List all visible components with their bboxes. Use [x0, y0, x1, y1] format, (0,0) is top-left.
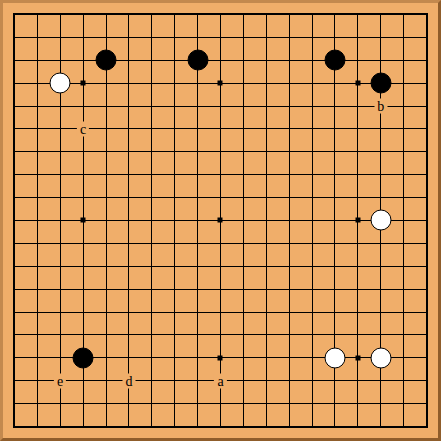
- intersection-r6[interactable]: [369, 301, 392, 324]
- intersection-k15[interactable]: [209, 95, 232, 118]
- intersection-g2[interactable]: [140, 392, 163, 415]
- intersection-n14[interactable]: [278, 117, 301, 140]
- intersection-c7[interactable]: [49, 278, 72, 301]
- intersection-g12[interactable]: [140, 163, 163, 186]
- intersection-r14[interactable]: [369, 117, 392, 140]
- intersection-e6[interactable]: [95, 301, 118, 324]
- intersection-h14[interactable]: [163, 117, 186, 140]
- intersection-m3[interactable]: [255, 369, 278, 392]
- intersection-m14[interactable]: [255, 117, 278, 140]
- intersection-e19[interactable]: [95, 3, 118, 26]
- intersection-j12[interactable]: [186, 163, 209, 186]
- intersection-p2[interactable]: [324, 392, 347, 415]
- intersection-j19[interactable]: [186, 3, 209, 26]
- intersection-d15[interactable]: [72, 95, 95, 118]
- intersection-j5[interactable]: [186, 324, 209, 347]
- intersection-a3[interactable]: [3, 369, 26, 392]
- intersection-c9[interactable]: [49, 232, 72, 255]
- intersection-q3[interactable]: [346, 369, 369, 392]
- intersection-t1[interactable]: [415, 415, 438, 438]
- intersection-p15[interactable]: [324, 95, 347, 118]
- intersection-d5[interactable]: [72, 324, 95, 347]
- intersection-o3[interactable]: [301, 369, 324, 392]
- intersection-t9[interactable]: [415, 232, 438, 255]
- intersection-o10[interactable]: [301, 209, 324, 232]
- intersection-q7[interactable]: [346, 278, 369, 301]
- intersection-f2[interactable]: [117, 392, 140, 415]
- intersection-e13[interactable]: [95, 140, 118, 163]
- intersection-a5[interactable]: [3, 324, 26, 347]
- intersection-k19[interactable]: [209, 3, 232, 26]
- intersection-p19[interactable]: [324, 3, 347, 26]
- intersection-p18[interactable]: [324, 26, 347, 49]
- intersection-p3[interactable]: [324, 369, 347, 392]
- intersection-t7[interactable]: [415, 278, 438, 301]
- intersection-b9[interactable]: [26, 232, 49, 255]
- intersection-g16[interactable]: [140, 72, 163, 95]
- intersection-d10[interactable]: [72, 209, 95, 232]
- intersection-d6[interactable]: [72, 301, 95, 324]
- intersection-k13[interactable]: [209, 140, 232, 163]
- intersection-b17[interactable]: [26, 49, 49, 72]
- intersection-b11[interactable]: [26, 186, 49, 209]
- intersection-f4[interactable]: [117, 346, 140, 369]
- intersection-j16[interactable]: [186, 72, 209, 95]
- intersection-m8[interactable]: [255, 255, 278, 278]
- intersection-k7[interactable]: [209, 278, 232, 301]
- intersection-d3[interactable]: [72, 369, 95, 392]
- intersection-q13[interactable]: [346, 140, 369, 163]
- intersection-a7[interactable]: [3, 278, 26, 301]
- intersection-q9[interactable]: [346, 232, 369, 255]
- intersection-j1[interactable]: [186, 415, 209, 438]
- intersection-c2[interactable]: [49, 392, 72, 415]
- intersection-j18[interactable]: [186, 26, 209, 49]
- intersection-d9[interactable]: [72, 232, 95, 255]
- intersection-l4[interactable]: [232, 346, 255, 369]
- intersection-l3[interactable]: [232, 369, 255, 392]
- intersection-p14[interactable]: [324, 117, 347, 140]
- intersection-t19[interactable]: [415, 3, 438, 26]
- intersection-a1[interactable]: [3, 415, 26, 438]
- intersection-q10[interactable]: [346, 209, 369, 232]
- intersection-c14[interactable]: [49, 117, 72, 140]
- intersection-t6[interactable]: [415, 301, 438, 324]
- intersection-q5[interactable]: [346, 324, 369, 347]
- intersection-j15[interactable]: [186, 95, 209, 118]
- intersection-j7[interactable]: [186, 278, 209, 301]
- intersection-a18[interactable]: [3, 26, 26, 49]
- intersection-a15[interactable]: [3, 95, 26, 118]
- intersection-e12[interactable]: [95, 163, 118, 186]
- intersection-o9[interactable]: [301, 232, 324, 255]
- intersection-g1[interactable]: [140, 415, 163, 438]
- intersection-m5[interactable]: [255, 324, 278, 347]
- intersection-b19[interactable]: [26, 3, 49, 26]
- intersection-q14[interactable]: [346, 117, 369, 140]
- intersection-g17[interactable]: [140, 49, 163, 72]
- intersection-h2[interactable]: [163, 392, 186, 415]
- intersection-j13[interactable]: [186, 140, 209, 163]
- intersection-f8[interactable]: [117, 255, 140, 278]
- intersection-h4[interactable]: [163, 346, 186, 369]
- intersection-l2[interactable]: [232, 392, 255, 415]
- intersection-s18[interactable]: [392, 26, 415, 49]
- intersection-p4[interactable]: [324, 346, 347, 369]
- intersection-t8[interactable]: [415, 255, 438, 278]
- intersection-b4[interactable]: [26, 346, 49, 369]
- intersection-r19[interactable]: [369, 3, 392, 26]
- intersection-o16[interactable]: [301, 72, 324, 95]
- intersection-q1[interactable]: [346, 415, 369, 438]
- intersection-j9[interactable]: [186, 232, 209, 255]
- intersection-a19[interactable]: [3, 3, 26, 26]
- intersection-c18[interactable]: [49, 26, 72, 49]
- intersection-e9[interactable]: [95, 232, 118, 255]
- intersection-e15[interactable]: [95, 95, 118, 118]
- intersection-c11[interactable]: [49, 186, 72, 209]
- intersection-a12[interactable]: [3, 163, 26, 186]
- intersection-t17[interactable]: [415, 49, 438, 72]
- intersection-b7[interactable]: [26, 278, 49, 301]
- intersection-n16[interactable]: [278, 72, 301, 95]
- intersection-c6[interactable]: [49, 301, 72, 324]
- intersection-s17[interactable]: [392, 49, 415, 72]
- intersection-p6[interactable]: [324, 301, 347, 324]
- intersection-d2[interactable]: [72, 392, 95, 415]
- intersection-n11[interactable]: [278, 186, 301, 209]
- intersection-n4[interactable]: [278, 346, 301, 369]
- intersection-g13[interactable]: [140, 140, 163, 163]
- intersection-p5[interactable]: [324, 324, 347, 347]
- intersection-q2[interactable]: [346, 392, 369, 415]
- intersection-d11[interactable]: [72, 186, 95, 209]
- intersection-s10[interactable]: [392, 209, 415, 232]
- intersection-r2[interactable]: [369, 392, 392, 415]
- intersection-b13[interactable]: [26, 140, 49, 163]
- intersection-d4[interactable]: [72, 346, 95, 369]
- intersection-r5[interactable]: [369, 324, 392, 347]
- intersection-k5[interactable]: [209, 324, 232, 347]
- intersection-p9[interactable]: [324, 232, 347, 255]
- intersection-k12[interactable]: [209, 163, 232, 186]
- intersection-j11[interactable]: [186, 186, 209, 209]
- intersection-q11[interactable]: [346, 186, 369, 209]
- intersection-t5[interactable]: [415, 324, 438, 347]
- intersection-n2[interactable]: [278, 392, 301, 415]
- intersection-m1[interactable]: [255, 415, 278, 438]
- intersection-e16[interactable]: [95, 72, 118, 95]
- intersection-b5[interactable]: [26, 324, 49, 347]
- intersection-t15[interactable]: [415, 95, 438, 118]
- intersection-k16[interactable]: [209, 72, 232, 95]
- intersection-n15[interactable]: [278, 95, 301, 118]
- intersection-o14[interactable]: [301, 117, 324, 140]
- intersection-f5[interactable]: [117, 324, 140, 347]
- intersection-m2[interactable]: [255, 392, 278, 415]
- intersection-h17[interactable]: [163, 49, 186, 72]
- intersection-b12[interactable]: [26, 163, 49, 186]
- intersection-e8[interactable]: [95, 255, 118, 278]
- intersection-o18[interactable]: [301, 26, 324, 49]
- intersection-t4[interactable]: [415, 346, 438, 369]
- intersection-o17[interactable]: [301, 49, 324, 72]
- intersection-g8[interactable]: [140, 255, 163, 278]
- intersection-j17[interactable]: [186, 49, 209, 72]
- intersection-a10[interactable]: [3, 209, 26, 232]
- intersection-s2[interactable]: [392, 392, 415, 415]
- intersection-a9[interactable]: [3, 232, 26, 255]
- intersection-c10[interactable]: [49, 209, 72, 232]
- intersection-e7[interactable]: [95, 278, 118, 301]
- intersection-h11[interactable]: [163, 186, 186, 209]
- intersection-k6[interactable]: [209, 301, 232, 324]
- intersection-l8[interactable]: [232, 255, 255, 278]
- intersection-h6[interactable]: [163, 301, 186, 324]
- intersection-n7[interactable]: [278, 278, 301, 301]
- intersection-g11[interactable]: [140, 186, 163, 209]
- intersection-b16[interactable]: [26, 72, 49, 95]
- intersection-k9[interactable]: [209, 232, 232, 255]
- intersection-s1[interactable]: [392, 415, 415, 438]
- intersection-d1[interactable]: [72, 415, 95, 438]
- intersection-g10[interactable]: [140, 209, 163, 232]
- intersection-p10[interactable]: [324, 209, 347, 232]
- intersection-m6[interactable]: [255, 301, 278, 324]
- intersection-p17[interactable]: [324, 49, 347, 72]
- intersection-n17[interactable]: [278, 49, 301, 72]
- intersection-g6[interactable]: [140, 301, 163, 324]
- intersection-b6[interactable]: [26, 301, 49, 324]
- intersection-a6[interactable]: [3, 301, 26, 324]
- intersection-f18[interactable]: [117, 26, 140, 49]
- intersection-e10[interactable]: [95, 209, 118, 232]
- intersection-r15[interactable]: b: [369, 95, 392, 118]
- intersection-g5[interactable]: [140, 324, 163, 347]
- intersection-q6[interactable]: [346, 301, 369, 324]
- intersection-d12[interactable]: [72, 163, 95, 186]
- intersection-t10[interactable]: [415, 209, 438, 232]
- intersection-f9[interactable]: [117, 232, 140, 255]
- intersection-r1[interactable]: [369, 415, 392, 438]
- intersection-k14[interactable]: [209, 117, 232, 140]
- intersection-f13[interactable]: [117, 140, 140, 163]
- intersection-q15[interactable]: [346, 95, 369, 118]
- intersection-l10[interactable]: [232, 209, 255, 232]
- intersection-m16[interactable]: [255, 72, 278, 95]
- intersection-f19[interactable]: [117, 3, 140, 26]
- intersection-k17[interactable]: [209, 49, 232, 72]
- intersection-t3[interactable]: [415, 369, 438, 392]
- intersection-m4[interactable]: [255, 346, 278, 369]
- intersection-d16[interactable]: [72, 72, 95, 95]
- intersection-m13[interactable]: [255, 140, 278, 163]
- intersection-l17[interactable]: [232, 49, 255, 72]
- intersection-p7[interactable]: [324, 278, 347, 301]
- intersection-p12[interactable]: [324, 163, 347, 186]
- intersection-r3[interactable]: [369, 369, 392, 392]
- intersection-p11[interactable]: [324, 186, 347, 209]
- intersection-b14[interactable]: [26, 117, 49, 140]
- intersection-q4[interactable]: [346, 346, 369, 369]
- intersection-t18[interactable]: [415, 26, 438, 49]
- intersection-h19[interactable]: [163, 3, 186, 26]
- intersection-h7[interactable]: [163, 278, 186, 301]
- intersection-l1[interactable]: [232, 415, 255, 438]
- intersection-m7[interactable]: [255, 278, 278, 301]
- intersection-m18[interactable]: [255, 26, 278, 49]
- intersection-s3[interactable]: [392, 369, 415, 392]
- intersection-s5[interactable]: [392, 324, 415, 347]
- intersection-e11[interactable]: [95, 186, 118, 209]
- intersection-n19[interactable]: [278, 3, 301, 26]
- intersection-c12[interactable]: [49, 163, 72, 186]
- intersection-j6[interactable]: [186, 301, 209, 324]
- intersection-g9[interactable]: [140, 232, 163, 255]
- intersection-b1[interactable]: [26, 415, 49, 438]
- intersection-d7[interactable]: [72, 278, 95, 301]
- intersection-g15[interactable]: [140, 95, 163, 118]
- intersection-j14[interactable]: [186, 117, 209, 140]
- intersection-m17[interactable]: [255, 49, 278, 72]
- intersection-h15[interactable]: [163, 95, 186, 118]
- intersection-j10[interactable]: [186, 209, 209, 232]
- intersection-t16[interactable]: [415, 72, 438, 95]
- intersection-f12[interactable]: [117, 163, 140, 186]
- intersection-r16[interactable]: [369, 72, 392, 95]
- intersection-o11[interactable]: [301, 186, 324, 209]
- intersection-p16[interactable]: [324, 72, 347, 95]
- intersection-e4[interactable]: [95, 346, 118, 369]
- intersection-k1[interactable]: [209, 415, 232, 438]
- intersection-q12[interactable]: [346, 163, 369, 186]
- intersection-g18[interactable]: [140, 26, 163, 49]
- intersection-r7[interactable]: [369, 278, 392, 301]
- intersection-f6[interactable]: [117, 301, 140, 324]
- intersection-a4[interactable]: [3, 346, 26, 369]
- intersection-e2[interactable]: [95, 392, 118, 415]
- intersection-n3[interactable]: [278, 369, 301, 392]
- intersection-t2[interactable]: [415, 392, 438, 415]
- intersection-h3[interactable]: [163, 369, 186, 392]
- intersection-c5[interactable]: [49, 324, 72, 347]
- intersection-n5[interactable]: [278, 324, 301, 347]
- intersection-l14[interactable]: [232, 117, 255, 140]
- intersection-c15[interactable]: [49, 95, 72, 118]
- intersection-k3[interactable]: a: [209, 369, 232, 392]
- intersection-a13[interactable]: [3, 140, 26, 163]
- intersection-d8[interactable]: [72, 255, 95, 278]
- intersection-k2[interactable]: [209, 392, 232, 415]
- intersection-o13[interactable]: [301, 140, 324, 163]
- intersection-s12[interactable]: [392, 163, 415, 186]
- intersection-l5[interactable]: [232, 324, 255, 347]
- intersection-q16[interactable]: [346, 72, 369, 95]
- intersection-o7[interactable]: [301, 278, 324, 301]
- intersection-a16[interactable]: [3, 72, 26, 95]
- intersection-a17[interactable]: [3, 49, 26, 72]
- intersection-t11[interactable]: [415, 186, 438, 209]
- intersection-s8[interactable]: [392, 255, 415, 278]
- intersection-s7[interactable]: [392, 278, 415, 301]
- intersection-q8[interactable]: [346, 255, 369, 278]
- intersection-k10[interactable]: [209, 209, 232, 232]
- intersection-s15[interactable]: [392, 95, 415, 118]
- intersection-f11[interactable]: [117, 186, 140, 209]
- intersection-l7[interactable]: [232, 278, 255, 301]
- intersection-f16[interactable]: [117, 72, 140, 95]
- intersection-l19[interactable]: [232, 3, 255, 26]
- intersection-a8[interactable]: [3, 255, 26, 278]
- intersection-g7[interactable]: [140, 278, 163, 301]
- intersection-f1[interactable]: [117, 415, 140, 438]
- intersection-c16[interactable]: [49, 72, 72, 95]
- intersection-l16[interactable]: [232, 72, 255, 95]
- intersection-s13[interactable]: [392, 140, 415, 163]
- intersection-r17[interactable]: [369, 49, 392, 72]
- intersection-s14[interactable]: [392, 117, 415, 140]
- intersection-o5[interactable]: [301, 324, 324, 347]
- intersection-h13[interactable]: [163, 140, 186, 163]
- intersection-f7[interactable]: [117, 278, 140, 301]
- intersection-k4[interactable]: [209, 346, 232, 369]
- intersection-q17[interactable]: [346, 49, 369, 72]
- intersection-o1[interactable]: [301, 415, 324, 438]
- intersection-c3[interactable]: e: [49, 369, 72, 392]
- intersection-l13[interactable]: [232, 140, 255, 163]
- intersection-d18[interactable]: [72, 26, 95, 49]
- intersection-m19[interactable]: [255, 3, 278, 26]
- intersection-c1[interactable]: [49, 415, 72, 438]
- intersection-r12[interactable]: [369, 163, 392, 186]
- intersection-n9[interactable]: [278, 232, 301, 255]
- intersection-h12[interactable]: [163, 163, 186, 186]
- intersection-r9[interactable]: [369, 232, 392, 255]
- intersection-h1[interactable]: [163, 415, 186, 438]
- intersection-e3[interactable]: [95, 369, 118, 392]
- intersection-s19[interactable]: [392, 3, 415, 26]
- intersection-s16[interactable]: [392, 72, 415, 95]
- intersection-r11[interactable]: [369, 186, 392, 209]
- intersection-h5[interactable]: [163, 324, 186, 347]
- intersection-k8[interactable]: [209, 255, 232, 278]
- intersection-l11[interactable]: [232, 186, 255, 209]
- intersection-r4[interactable]: [369, 346, 392, 369]
- intersection-b2[interactable]: [26, 392, 49, 415]
- intersection-a14[interactable]: [3, 117, 26, 140]
- intersection-b10[interactable]: [26, 209, 49, 232]
- intersection-o4[interactable]: [301, 346, 324, 369]
- intersection-f15[interactable]: [117, 95, 140, 118]
- intersection-d13[interactable]: [72, 140, 95, 163]
- intersection-h16[interactable]: [163, 72, 186, 95]
- intersection-c19[interactable]: [49, 3, 72, 26]
- intersection-n1[interactable]: [278, 415, 301, 438]
- intersection-t13[interactable]: [415, 140, 438, 163]
- intersection-l9[interactable]: [232, 232, 255, 255]
- intersection-g4[interactable]: [140, 346, 163, 369]
- intersection-o8[interactable]: [301, 255, 324, 278]
- intersection-p1[interactable]: [324, 415, 347, 438]
- intersection-f14[interactable]: [117, 117, 140, 140]
- intersection-h9[interactable]: [163, 232, 186, 255]
- intersection-d14[interactable]: c: [72, 117, 95, 140]
- intersection-s11[interactable]: [392, 186, 415, 209]
- intersection-o15[interactable]: [301, 95, 324, 118]
- intersection-o2[interactable]: [301, 392, 324, 415]
- intersection-k11[interactable]: [209, 186, 232, 209]
- intersection-t12[interactable]: [415, 163, 438, 186]
